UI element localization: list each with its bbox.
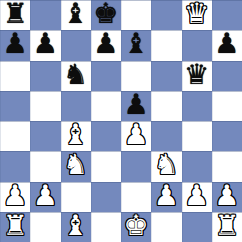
square-c8[interactable]: ♝ bbox=[61, 0, 91, 30]
square-g3[interactable] bbox=[182, 151, 212, 181]
black-bishop-icon: ♝ bbox=[124, 30, 149, 58]
black-bishop-icon: ♝ bbox=[63, 0, 88, 28]
square-h4[interactable] bbox=[212, 121, 242, 151]
square-a7[interactable]: ♟ bbox=[0, 30, 30, 60]
square-g6[interactable]: ♛ bbox=[182, 61, 212, 91]
square-d7[interactable]: ♟ bbox=[91, 30, 121, 60]
square-c5[interactable] bbox=[61, 91, 91, 121]
white-pawn-icon: ♟ bbox=[154, 182, 179, 210]
square-e1[interactable]: ♚ bbox=[121, 212, 151, 242]
square-c4[interactable]: ♝ bbox=[61, 121, 91, 151]
black-pawn-icon: ♟ bbox=[3, 30, 28, 58]
square-e7[interactable]: ♝ bbox=[121, 30, 151, 60]
square-e8[interactable] bbox=[121, 0, 151, 30]
square-h3[interactable] bbox=[212, 151, 242, 181]
square-f5[interactable] bbox=[151, 91, 181, 121]
square-c7[interactable] bbox=[61, 30, 91, 60]
square-b1[interactable] bbox=[30, 212, 60, 242]
square-h8[interactable] bbox=[212, 0, 242, 30]
square-h5[interactable] bbox=[212, 91, 242, 121]
square-a4[interactable] bbox=[0, 121, 30, 151]
square-d2[interactable] bbox=[91, 182, 121, 212]
white-pawn-icon: ♟ bbox=[124, 121, 149, 149]
white-bishop-icon: ♝ bbox=[63, 121, 88, 149]
square-d4[interactable] bbox=[91, 121, 121, 151]
square-g1[interactable] bbox=[182, 212, 212, 242]
square-b3[interactable] bbox=[30, 151, 60, 181]
square-a5[interactable] bbox=[0, 91, 30, 121]
black-pawn-icon: ♟ bbox=[124, 91, 149, 119]
square-g5[interactable] bbox=[182, 91, 212, 121]
square-h2[interactable]: ♟ bbox=[212, 182, 242, 212]
square-g8[interactable]: ♛ bbox=[182, 0, 212, 30]
square-f8[interactable] bbox=[151, 0, 181, 30]
square-d5[interactable] bbox=[91, 91, 121, 121]
square-a6[interactable] bbox=[0, 61, 30, 91]
square-e2[interactable] bbox=[121, 182, 151, 212]
black-king-icon: ♚ bbox=[93, 0, 118, 28]
square-f6[interactable] bbox=[151, 61, 181, 91]
square-e5[interactable]: ♟ bbox=[121, 91, 151, 121]
square-e4[interactable]: ♟ bbox=[121, 121, 151, 151]
square-h1[interactable]: ♜ bbox=[212, 212, 242, 242]
square-b6[interactable] bbox=[30, 61, 60, 91]
square-b7[interactable]: ♟ bbox=[30, 30, 60, 60]
square-d3[interactable] bbox=[91, 151, 121, 181]
white-rook-icon: ♜ bbox=[214, 212, 239, 240]
square-f1[interactable] bbox=[151, 212, 181, 242]
square-b2[interactable]: ♟ bbox=[30, 182, 60, 212]
square-f2[interactable]: ♟ bbox=[151, 182, 181, 212]
square-a2[interactable]: ♟ bbox=[0, 182, 30, 212]
square-f4[interactable] bbox=[151, 121, 181, 151]
black-pawn-icon: ♟ bbox=[214, 30, 239, 58]
square-d8[interactable]: ♚ bbox=[91, 0, 121, 30]
white-queen-icon: ♛ bbox=[184, 0, 209, 28]
black-pawn-icon: ♟ bbox=[33, 30, 58, 58]
square-a3[interactable] bbox=[0, 151, 30, 181]
square-b4[interactable] bbox=[30, 121, 60, 151]
square-b5[interactable] bbox=[30, 91, 60, 121]
square-h7[interactable]: ♟ bbox=[212, 30, 242, 60]
black-rook-icon: ♜ bbox=[3, 0, 28, 28]
square-a1[interactable]: ♜ bbox=[0, 212, 30, 242]
white-bishop-icon: ♝ bbox=[63, 212, 88, 240]
square-f3[interactable]: ♞ bbox=[151, 151, 181, 181]
white-pawn-icon: ♟ bbox=[33, 182, 58, 210]
white-king-icon: ♚ bbox=[124, 212, 149, 240]
square-c3[interactable]: ♞ bbox=[61, 151, 91, 181]
white-pawn-icon: ♟ bbox=[214, 182, 239, 210]
square-g7[interactable] bbox=[182, 30, 212, 60]
black-queen-icon: ♛ bbox=[184, 61, 209, 89]
square-c6[interactable]: ♞ bbox=[61, 61, 91, 91]
square-e6[interactable] bbox=[121, 61, 151, 91]
white-rook-icon: ♜ bbox=[3, 212, 28, 240]
square-g4[interactable] bbox=[182, 121, 212, 151]
square-d1[interactable] bbox=[91, 212, 121, 242]
white-knight-icon: ♞ bbox=[154, 151, 179, 179]
white-pawn-icon: ♟ bbox=[184, 182, 209, 210]
black-pawn-icon: ♟ bbox=[93, 30, 118, 58]
square-c2[interactable] bbox=[61, 182, 91, 212]
white-knight-icon: ♞ bbox=[63, 151, 88, 179]
square-h6[interactable] bbox=[212, 61, 242, 91]
square-b8[interactable] bbox=[30, 0, 60, 30]
square-a8[interactable]: ♜ bbox=[0, 0, 30, 30]
black-knight-icon: ♞ bbox=[63, 61, 88, 89]
square-d6[interactable] bbox=[91, 61, 121, 91]
square-f7[interactable] bbox=[151, 30, 181, 60]
square-e3[interactable] bbox=[121, 151, 151, 181]
chess-board: ♜♝♚♛♟♟♟♝♟♞♛♟♝♟♞♞♟♟♟♟♟♜♝♚♜ bbox=[0, 0, 242, 242]
square-c1[interactable]: ♝ bbox=[61, 212, 91, 242]
white-pawn-icon: ♟ bbox=[3, 182, 28, 210]
square-g2[interactable]: ♟ bbox=[182, 182, 212, 212]
